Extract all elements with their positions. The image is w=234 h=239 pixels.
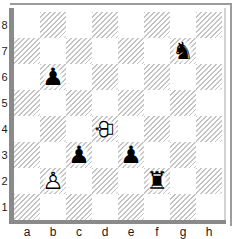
board-frame-top (10, 3, 232, 5)
file-label-d: d (92, 224, 118, 239)
square-g7[interactable]: ♞ (170, 38, 196, 64)
square-d6[interactable] (92, 64, 118, 90)
square-b6[interactable]: ♟ (40, 64, 66, 90)
square-f1[interactable] (144, 194, 170, 220)
square-g1[interactable] (170, 194, 196, 220)
black-pawn-piece[interactable]: ♟ (40, 64, 66, 90)
square-d3[interactable] (92, 142, 118, 168)
square-h5[interactable] (196, 90, 222, 116)
chess-diagram: 87654321 ♞♟♔♟♟♙♜ abcdefgh (0, 0, 234, 239)
square-d2[interactable] (92, 168, 118, 194)
file-label-g: g (170, 224, 196, 239)
square-a3[interactable] (14, 142, 40, 168)
square-g5[interactable] (170, 90, 196, 116)
square-e4[interactable] (118, 116, 144, 142)
rank-label-2: 2 (0, 168, 9, 194)
square-c2[interactable] (66, 168, 92, 194)
rank-label-7: 7 (0, 38, 9, 64)
board-frame-right-inner (224, 8, 226, 222)
square-h3[interactable] (196, 142, 222, 168)
chess-board: ♞♟♔♟♟♙♜ (14, 12, 222, 220)
square-b4[interactable] (40, 116, 66, 142)
square-b3[interactable] (40, 142, 66, 168)
square-c8[interactable] (66, 12, 92, 38)
square-e6[interactable] (118, 64, 144, 90)
square-c6[interactable] (66, 64, 92, 90)
square-h2[interactable] (196, 168, 222, 194)
square-d1[interactable] (92, 194, 118, 220)
square-f3[interactable] (144, 142, 170, 168)
square-g6[interactable] (170, 64, 196, 90)
square-c1[interactable] (66, 194, 92, 220)
square-e2[interactable] (118, 168, 144, 194)
square-h1[interactable] (196, 194, 222, 220)
square-h6[interactable] (196, 64, 222, 90)
rank-label-1: 1 (0, 194, 9, 220)
white-pawn-piece[interactable]: ♙ (40, 168, 66, 194)
square-a2[interactable] (14, 168, 40, 194)
square-g2[interactable] (170, 168, 196, 194)
square-e7[interactable] (118, 38, 144, 64)
square-b5[interactable] (40, 90, 66, 116)
black-pawn-piece[interactable]: ♟ (118, 142, 144, 168)
rank-label-3: 3 (0, 142, 9, 168)
file-label-a: a (14, 224, 40, 239)
square-a4[interactable] (14, 116, 40, 142)
square-b7[interactable] (40, 38, 66, 64)
square-f5[interactable] (144, 90, 170, 116)
file-labels: abcdefgh (14, 224, 222, 239)
file-label-f: f (144, 224, 170, 239)
square-h8[interactable] (196, 12, 222, 38)
square-g3[interactable] (170, 142, 196, 168)
square-e3[interactable]: ♟ (118, 142, 144, 168)
square-d7[interactable] (92, 38, 118, 64)
square-e1[interactable] (118, 194, 144, 220)
square-a6[interactable] (14, 64, 40, 90)
rank-label-8: 8 (0, 12, 9, 38)
rank-label-5: 5 (0, 90, 9, 116)
square-d5[interactable] (92, 90, 118, 116)
square-a7[interactable] (14, 38, 40, 64)
square-f7[interactable] (144, 38, 170, 64)
square-f2[interactable]: ♜ (144, 168, 170, 194)
rank-labels: 87654321 (0, 12, 9, 220)
square-b8[interactable] (40, 12, 66, 38)
rank-label-4: 4 (0, 116, 9, 142)
square-c5[interactable] (66, 90, 92, 116)
square-f6[interactable] (144, 64, 170, 90)
square-a8[interactable] (14, 12, 40, 38)
square-b1[interactable] (40, 194, 66, 220)
square-g8[interactable] (170, 12, 196, 38)
black-rook-piece[interactable]: ♜ (144, 168, 170, 194)
black-knight-piece[interactable]: ♞ (170, 38, 196, 64)
square-h7[interactable] (196, 38, 222, 64)
file-label-h: h (196, 224, 222, 239)
square-e8[interactable] (118, 12, 144, 38)
square-c4[interactable] (66, 116, 92, 142)
black-pawn-piece[interactable]: ♟ (66, 142, 92, 168)
square-f8[interactable] (144, 12, 170, 38)
square-a1[interactable] (14, 194, 40, 220)
square-h4[interactable] (196, 116, 222, 142)
square-f4[interactable] (144, 116, 170, 142)
square-c3[interactable]: ♟ (66, 142, 92, 168)
file-label-c: c (66, 224, 92, 239)
file-label-b: b (40, 224, 66, 239)
file-label-e: e (118, 224, 144, 239)
rank-label-6: 6 (0, 64, 9, 90)
board-frame-right-outer (230, 3, 232, 226)
square-d8[interactable] (92, 12, 118, 38)
white-king-piece[interactable]: ♔ (92, 116, 118, 142)
square-b2[interactable]: ♙ (40, 168, 66, 194)
square-a5[interactable] (14, 90, 40, 116)
square-g4[interactable] (170, 116, 196, 142)
square-c7[interactable] (66, 38, 92, 64)
square-d4[interactable]: ♔ (92, 116, 118, 142)
square-e5[interactable] (118, 90, 144, 116)
